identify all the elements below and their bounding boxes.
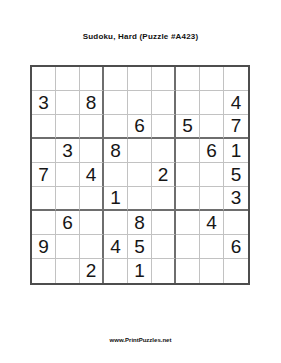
cell-r6c3-empty[interactable] [80,187,104,211]
cell-r7c7-empty[interactable] [176,211,200,235]
cell-r3c3-empty[interactable] [80,115,104,139]
cell-r2c8-empty[interactable] [200,91,224,115]
cell-r9c2-empty[interactable] [56,259,80,283]
cell-r5c7-empty[interactable] [176,163,200,187]
cell-r4c9-given: 1 [224,139,248,163]
cell-r7c9-empty[interactable] [224,211,248,235]
cell-r6c6-empty[interactable] [152,187,176,211]
cell-r5c5-empty[interactable] [128,163,152,187]
cell-r4c5-empty[interactable] [128,139,152,163]
cell-r7c6-empty[interactable] [152,211,176,235]
cell-r6c4-given: 1 [104,187,128,211]
cell-r6c7-empty[interactable] [176,187,200,211]
cell-r3c1-empty[interactable] [32,115,56,139]
cell-r1c1-empty[interactable] [32,67,56,91]
cell-r2c4-empty[interactable] [104,91,128,115]
sudoku-board: 3846573861742513684945621 [30,65,250,285]
cell-r7c8-given: 4 [200,211,224,235]
cell-r6c5-empty[interactable] [128,187,152,211]
cell-r2c5-empty[interactable] [128,91,152,115]
cell-r7c2-given: 6 [56,211,80,235]
cell-r4c1-empty[interactable] [32,139,56,163]
cell-r2c3-given: 8 [80,91,104,115]
cell-r6c9-given: 3 [224,187,248,211]
cell-r2c7-empty[interactable] [176,91,200,115]
cell-r4c3-empty[interactable] [80,139,104,163]
cell-r7c5-given: 8 [128,211,152,235]
cell-r2c1-given: 3 [32,91,56,115]
cell-r3c6-empty[interactable] [152,115,176,139]
cell-r3c4-empty[interactable] [104,115,128,139]
cell-r9c8-empty[interactable] [200,259,224,283]
cell-r2c9-given: 4 [224,91,248,115]
cell-r3c9-given: 7 [224,115,248,139]
cell-r3c7-given: 5 [176,115,200,139]
cell-r4c4-given: 8 [104,139,128,163]
cell-r3c5-given: 6 [128,115,152,139]
cell-r1c4-empty[interactable] [104,67,128,91]
cell-r9c9-empty[interactable] [224,259,248,283]
cell-r8c7-empty[interactable] [176,235,200,259]
cell-r7c3-empty[interactable] [80,211,104,235]
cell-r1c9-empty[interactable] [224,67,248,91]
puzzle-title: Sudoku, Hard (Puzzle #A423) [0,32,281,41]
cell-r2c6-empty[interactable] [152,91,176,115]
puzzle-page: Sudoku, Hard (Puzzle #A423) 384657386174… [0,0,281,363]
cell-r1c3-empty[interactable] [80,67,104,91]
cell-r4c2-given: 3 [56,139,80,163]
cell-r9c6-empty[interactable] [152,259,176,283]
cell-r4c8-given: 6 [200,139,224,163]
cell-r5c9-given: 5 [224,163,248,187]
cell-r1c6-empty[interactable] [152,67,176,91]
cell-r1c2-empty[interactable] [56,67,80,91]
cell-r8c3-empty[interactable] [80,235,104,259]
cell-r5c8-empty[interactable] [200,163,224,187]
cell-r8c9-given: 6 [224,235,248,259]
cell-r9c1-empty[interactable] [32,259,56,283]
cell-r8c6-empty[interactable] [152,235,176,259]
cell-r4c6-empty[interactable] [152,139,176,163]
footer-url: www.PrintPuzzles.net [0,337,281,343]
cell-r8c5-given: 5 [128,235,152,259]
cell-r4c7-empty[interactable] [176,139,200,163]
cell-r8c4-given: 4 [104,235,128,259]
cell-r1c8-empty[interactable] [200,67,224,91]
cell-r5c2-empty[interactable] [56,163,80,187]
cell-r3c8-empty[interactable] [200,115,224,139]
cell-r3c2-empty[interactable] [56,115,80,139]
cell-r9c7-empty[interactable] [176,259,200,283]
cell-r5c4-empty[interactable] [104,163,128,187]
cell-r7c4-empty[interactable] [104,211,128,235]
cell-r5c1-given: 7 [32,163,56,187]
cell-r6c8-empty[interactable] [200,187,224,211]
cell-r9c3-given: 2 [80,259,104,283]
cell-r9c5-given: 1 [128,259,152,283]
cell-r5c6-given: 2 [152,163,176,187]
cell-r7c1-empty[interactable] [32,211,56,235]
cell-r6c1-empty[interactable] [32,187,56,211]
cell-r1c5-empty[interactable] [128,67,152,91]
cell-r9c4-empty[interactable] [104,259,128,283]
cell-r1c7-empty[interactable] [176,67,200,91]
cell-r5c3-given: 4 [80,163,104,187]
cell-r8c8-empty[interactable] [200,235,224,259]
cell-r6c2-empty[interactable] [56,187,80,211]
cell-r8c1-given: 9 [32,235,56,259]
cell-r2c2-empty[interactable] [56,91,80,115]
cell-r8c2-empty[interactable] [56,235,80,259]
